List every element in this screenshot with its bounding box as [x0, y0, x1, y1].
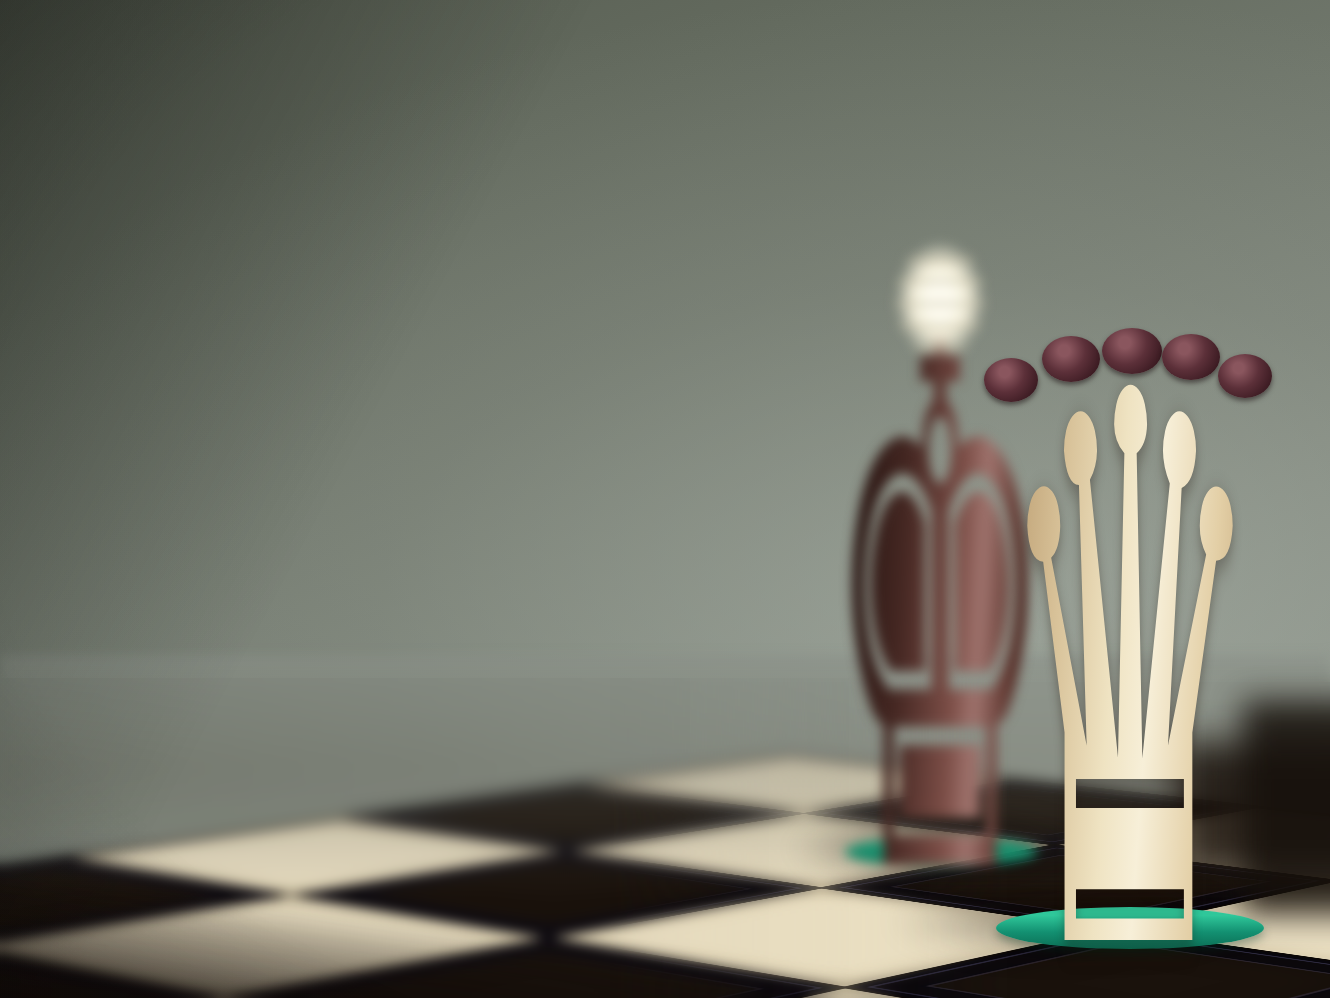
white-queen: ♛ — [990, 318, 1270, 940]
crown-bead — [1218, 354, 1272, 398]
crown-bead — [1162, 334, 1220, 380]
crown-bead — [984, 358, 1038, 402]
white-queen-glyph: ♛ — [994, 297, 1267, 998]
crown-bead — [1042, 336, 1100, 382]
king-finial — [895, 241, 985, 359]
chess-photo-scene: ♚ ♛ — [0, 0, 1330, 998]
crown-bead — [1102, 328, 1162, 374]
